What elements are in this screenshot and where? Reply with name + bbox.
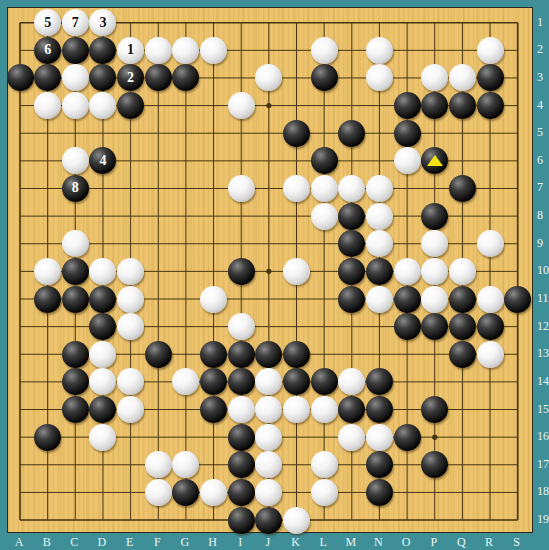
white-stone-F17[interactable] — [145, 451, 172, 478]
move-number-label: 5 — [44, 16, 51, 30]
row-label-8: 8 — [537, 208, 543, 222]
black-stone-M5[interactable] — [338, 120, 365, 147]
row-label-18: 18 — [537, 484, 549, 498]
black-stone-N18[interactable] — [366, 479, 393, 506]
black-stone-J13[interactable] — [255, 341, 282, 368]
row-label-14: 14 — [537, 374, 549, 388]
black-stone-C10[interactable] — [62, 258, 89, 285]
black-stone-R4[interactable] — [477, 92, 504, 119]
white-stone-E11[interactable] — [117, 286, 144, 313]
black-stone-L14[interactable] — [311, 368, 338, 395]
black-stone-B16[interactable] — [34, 424, 61, 451]
white-stone-I7[interactable] — [228, 175, 255, 202]
black-stone-R12[interactable] — [477, 313, 504, 340]
white-stone-C9[interactable] — [62, 230, 89, 257]
black-stone-Q11[interactable] — [449, 286, 476, 313]
black-stone-M10[interactable] — [338, 258, 365, 285]
white-stone-C6[interactable] — [62, 147, 89, 174]
white-stone-E10[interactable] — [117, 258, 144, 285]
black-stone-B11[interactable] — [34, 286, 61, 313]
white-stone-N7[interactable] — [366, 175, 393, 202]
black-stone-C13[interactable] — [62, 341, 89, 368]
black-stone-I17[interactable] — [228, 451, 255, 478]
black-stone-I16[interactable] — [228, 424, 255, 451]
row-label-2: 2 — [537, 42, 543, 56]
black-stone-M8[interactable] — [338, 203, 365, 230]
black-stone-F13[interactable] — [145, 341, 172, 368]
column-label-M: M — [341, 535, 361, 550]
row-label-12: 12 — [537, 319, 549, 333]
column-label-F: F — [147, 535, 167, 550]
black-stone-N15[interactable] — [366, 396, 393, 423]
black-stone-H15[interactable] — [200, 396, 227, 423]
column-label-Q: Q — [451, 535, 471, 550]
black-stone-Q12[interactable] — [449, 313, 476, 340]
white-stone-I12[interactable] — [228, 313, 255, 340]
black-stone-S11[interactable] — [504, 286, 531, 313]
black-stone-K13[interactable] — [283, 341, 310, 368]
move-number-label: 1 — [127, 43, 134, 57]
black-stone-C15[interactable] — [62, 396, 89, 423]
row-label-3: 3 — [537, 70, 543, 84]
white-stone-N11[interactable] — [366, 286, 393, 313]
row-label-7: 7 — [537, 180, 543, 194]
black-stone-N17[interactable] — [366, 451, 393, 478]
white-stone-D13[interactable] — [89, 341, 116, 368]
move-number-label: 3 — [99, 16, 106, 30]
column-label-B: B — [37, 535, 57, 550]
white-stone-O6[interactable] — [394, 147, 421, 174]
black-stone-O11[interactable] — [394, 286, 421, 313]
black-stone-R3[interactable] — [477, 64, 504, 91]
column-label-C: C — [64, 535, 84, 550]
black-stone-O5[interactable] — [394, 120, 421, 147]
black-stone-I19[interactable] — [228, 507, 255, 534]
white-stone-M16[interactable] — [338, 424, 365, 451]
black-stone-L3[interactable] — [311, 64, 338, 91]
column-label-G: G — [175, 535, 195, 550]
black-stone-D11[interactable] — [89, 286, 116, 313]
black-stone-J19[interactable] — [255, 507, 282, 534]
go-board-frame: 57361248 ABCDEFGHIJKLMNOPQRS 12345678910… — [0, 0, 549, 550]
row-label-6: 6 — [537, 153, 543, 167]
white-stone-E15[interactable] — [117, 396, 144, 423]
white-stone-N16[interactable] — [366, 424, 393, 451]
white-stone-K7[interactable] — [283, 175, 310, 202]
column-label-A: A — [9, 535, 29, 550]
white-stone-Q10[interactable] — [449, 258, 476, 285]
white-stone-L2[interactable] — [311, 37, 338, 64]
black-stone-I18[interactable] — [228, 479, 255, 506]
row-label-15: 15 — [537, 402, 549, 416]
black-stone-I10[interactable] — [228, 258, 255, 285]
row-label-10: 10 — [537, 263, 549, 277]
white-stone-L8[interactable] — [311, 203, 338, 230]
white-stone-L15[interactable] — [311, 396, 338, 423]
column-label-K: K — [286, 535, 306, 550]
white-stone-D16[interactable] — [89, 424, 116, 451]
white-stone-I15[interactable] — [228, 396, 255, 423]
black-stone-O16[interactable] — [394, 424, 421, 451]
black-stone-P8[interactable] — [421, 203, 448, 230]
go-board[interactable]: 57361248 — [7, 7, 533, 533]
row-label-9: 9 — [537, 236, 543, 250]
black-stone-O4[interactable] — [394, 92, 421, 119]
white-stone-I4[interactable] — [228, 92, 255, 119]
white-stone-L18[interactable] — [311, 479, 338, 506]
black-stone-C2[interactable] — [62, 37, 89, 64]
column-label-S: S — [507, 535, 527, 550]
white-stone-K15[interactable] — [283, 396, 310, 423]
column-label-J: J — [258, 535, 278, 550]
black-stone-H13[interactable] — [200, 341, 227, 368]
white-stone-J16[interactable] — [255, 424, 282, 451]
white-stone-R2[interactable] — [477, 37, 504, 64]
black-stone-Q7[interactable] — [449, 175, 476, 202]
row-label-13: 13 — [537, 346, 549, 360]
white-stone-F18[interactable] — [145, 479, 172, 506]
black-stone-C14[interactable] — [62, 368, 89, 395]
column-label-I: I — [230, 535, 250, 550]
move-number-label: 8 — [72, 181, 79, 195]
column-label-O: O — [396, 535, 416, 550]
black-stone-Q13[interactable] — [449, 341, 476, 368]
white-stone-E2[interactable]: 1 — [117, 37, 144, 64]
row-label-16: 16 — [537, 429, 549, 443]
black-stone-Q4[interactable] — [449, 92, 476, 119]
black-stone-F3[interactable] — [145, 64, 172, 91]
move-number-label: 7 — [72, 16, 79, 30]
move-number-label: 6 — [44, 43, 51, 57]
black-stone-B2[interactable]: 6 — [34, 37, 61, 64]
black-stone-A3[interactable] — [7, 64, 34, 91]
row-label-19: 19 — [537, 512, 549, 526]
black-stone-K5[interactable] — [283, 120, 310, 147]
white-stone-P10[interactable] — [421, 258, 448, 285]
column-label-H: H — [203, 535, 223, 550]
column-label-L: L — [313, 535, 333, 550]
white-stone-O10[interactable] — [394, 258, 421, 285]
white-stone-C1[interactable]: 7 — [62, 9, 89, 36]
row-label-4: 4 — [537, 98, 543, 112]
star-point — [266, 269, 271, 274]
column-label-N: N — [368, 535, 388, 550]
white-stone-C4[interactable] — [62, 92, 89, 119]
white-stone-K19[interactable] — [283, 507, 310, 534]
column-label-D: D — [92, 535, 112, 550]
black-stone-C11[interactable] — [62, 286, 89, 313]
row-label-1: 1 — [537, 15, 543, 29]
black-stone-L6[interactable] — [311, 147, 338, 174]
black-stone-N10[interactable] — [366, 258, 393, 285]
white-stone-H2[interactable] — [200, 37, 227, 64]
white-stone-F2[interactable] — [145, 37, 172, 64]
white-stone-N2[interactable] — [366, 37, 393, 64]
black-stone-C7[interactable]: 8 — [62, 175, 89, 202]
row-label-5: 5 — [537, 125, 543, 139]
white-stone-R11[interactable] — [477, 286, 504, 313]
row-label-11: 11 — [537, 291, 549, 305]
column-label-R: R — [479, 535, 499, 550]
white-stone-K10[interactable] — [283, 258, 310, 285]
column-label-P: P — [424, 535, 444, 550]
black-stone-O12[interactable] — [394, 313, 421, 340]
star-point — [266, 103, 271, 108]
white-stone-L7[interactable] — [311, 175, 338, 202]
column-label-E: E — [120, 535, 140, 550]
black-stone-E4[interactable] — [117, 92, 144, 119]
white-stone-L17[interactable] — [311, 451, 338, 478]
move-number-label: 2 — [127, 71, 134, 85]
white-stone-H11[interactable] — [200, 286, 227, 313]
white-stone-R13[interactable] — [477, 341, 504, 368]
move-number-label: 4 — [99, 154, 106, 168]
triangle-marker-icon — [427, 155, 443, 166]
white-stone-N8[interactable] — [366, 203, 393, 230]
row-label-17: 17 — [537, 457, 549, 471]
black-stone-I14[interactable] — [228, 368, 255, 395]
white-stone-N9[interactable] — [366, 230, 393, 257]
white-stone-P11[interactable] — [421, 286, 448, 313]
black-stone-I13[interactable] — [228, 341, 255, 368]
star-point — [432, 435, 437, 440]
white-stone-H18[interactable] — [200, 479, 227, 506]
black-stone-M11[interactable] — [338, 286, 365, 313]
white-stone-R9[interactable] — [477, 230, 504, 257]
white-stone-B10[interactable] — [34, 258, 61, 285]
